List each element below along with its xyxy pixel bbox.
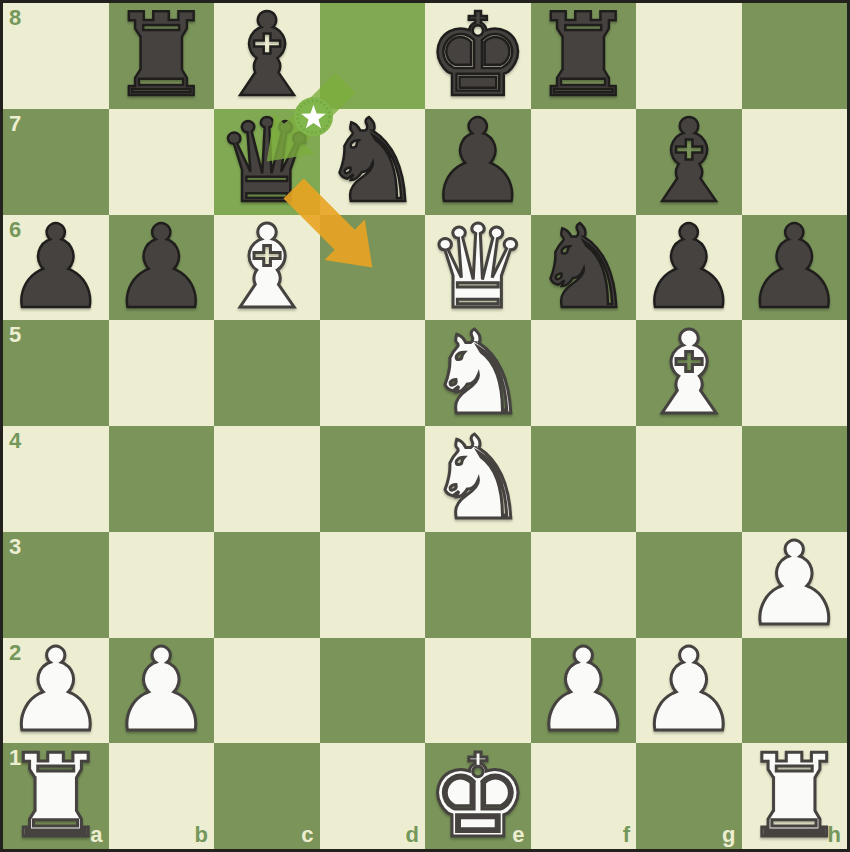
square-d8[interactable]	[320, 3, 426, 109]
square-c2[interactable]	[214, 638, 320, 744]
square-d5[interactable]	[320, 320, 426, 426]
square-g1[interactable]: g	[636, 743, 742, 849]
square-b6[interactable]: ♟	[109, 215, 215, 321]
file-label-g: g	[722, 824, 735, 846]
piece-black-pawn-g6[interactable]: ♟	[636, 215, 742, 321]
piece-black-pawn-a6[interactable]: ♟	[3, 215, 109, 321]
square-h1[interactable]: h♜	[742, 743, 848, 849]
piece-white-knight-e4[interactable]: ♞	[425, 426, 531, 532]
piece-white-pawn-h3[interactable]: ♟	[742, 532, 848, 638]
file-label-d: d	[406, 824, 419, 846]
square-d2[interactable]	[320, 638, 426, 744]
square-h2[interactable]	[742, 638, 848, 744]
square-b7[interactable]	[109, 109, 215, 215]
square-e7[interactable]: ♟	[425, 109, 531, 215]
piece-white-pawn-g2[interactable]: ♟	[636, 638, 742, 744]
square-g8[interactable]	[636, 3, 742, 109]
square-h5[interactable]	[742, 320, 848, 426]
square-a1[interactable]: 1a♜	[3, 743, 109, 849]
square-c6[interactable]: ♝	[214, 215, 320, 321]
square-a7[interactable]: 7	[3, 109, 109, 215]
square-c4[interactable]	[214, 426, 320, 532]
square-c3[interactable]	[214, 532, 320, 638]
square-b3[interactable]	[109, 532, 215, 638]
piece-white-knight-e5[interactable]: ♞	[425, 320, 531, 426]
chess-board: 8♜♝♚♜7♛♞♟♝6♟♟♝♛♞♟♟5♞♝4♞3♟2♟♟♟♟1a♜bcde♚fg…	[0, 0, 850, 852]
piece-black-queen-c7[interactable]: ♛	[214, 109, 320, 215]
square-d3[interactable]	[320, 532, 426, 638]
square-h3[interactable]: ♟	[742, 532, 848, 638]
piece-white-pawn-f2[interactable]: ♟	[531, 638, 637, 744]
rank-label-7: 7	[9, 113, 21, 135]
square-a8[interactable]: 8	[3, 3, 109, 109]
square-f6[interactable]: ♞	[531, 215, 637, 321]
square-a6[interactable]: 6♟	[3, 215, 109, 321]
square-c8[interactable]: ♝	[214, 3, 320, 109]
square-d4[interactable]	[320, 426, 426, 532]
square-c5[interactable]	[214, 320, 320, 426]
piece-white-queen-e6[interactable]: ♛	[425, 215, 531, 321]
square-g4[interactable]	[636, 426, 742, 532]
square-a5[interactable]: 5	[3, 320, 109, 426]
square-h4[interactable]	[742, 426, 848, 532]
piece-black-pawn-e7[interactable]: ♟	[425, 109, 531, 215]
square-a4[interactable]: 4	[3, 426, 109, 532]
piece-white-pawn-a2[interactable]: ♟	[3, 638, 109, 744]
piece-black-bishop-c8[interactable]: ♝	[214, 3, 320, 109]
square-d1[interactable]: d	[320, 743, 426, 849]
square-f1[interactable]: f	[531, 743, 637, 849]
square-g3[interactable]	[636, 532, 742, 638]
piece-black-pawn-b6[interactable]: ♟	[109, 215, 215, 321]
rank-label-8: 8	[9, 7, 21, 29]
piece-black-knight-f6[interactable]: ♞	[531, 215, 637, 321]
square-f4[interactable]	[531, 426, 637, 532]
square-b1[interactable]: b	[109, 743, 215, 849]
square-g2[interactable]: ♟	[636, 638, 742, 744]
square-e4[interactable]: ♞	[425, 426, 531, 532]
square-g5[interactable]: ♝	[636, 320, 742, 426]
piece-black-pawn-h6[interactable]: ♟	[742, 215, 848, 321]
square-a2[interactable]: 2♟	[3, 638, 109, 744]
piece-white-bishop-g5[interactable]: ♝	[636, 320, 742, 426]
file-label-c: c	[301, 824, 313, 846]
piece-black-king-e8[interactable]: ♚	[425, 3, 531, 109]
rank-label-3: 3	[9, 536, 21, 558]
square-b5[interactable]	[109, 320, 215, 426]
piece-black-knight-d7[interactable]: ♞	[320, 109, 426, 215]
file-label-f: f	[623, 824, 630, 846]
square-f3[interactable]	[531, 532, 637, 638]
square-f8[interactable]: ♜	[531, 3, 637, 109]
piece-black-rook-f8[interactable]: ♜	[531, 3, 637, 109]
square-b4[interactable]	[109, 426, 215, 532]
square-e6[interactable]: ♛	[425, 215, 531, 321]
square-g6[interactable]: ♟	[636, 215, 742, 321]
piece-black-bishop-g7[interactable]: ♝	[636, 109, 742, 215]
square-h8[interactable]	[742, 3, 848, 109]
square-c7[interactable]: ♛	[214, 109, 320, 215]
chess-board-container: 8♜♝♚♜7♛♞♟♝6♟♟♝♛♞♟♟5♞♝4♞3♟2♟♟♟♟1a♜bcde♚fg…	[0, 0, 850, 852]
square-h6[interactable]: ♟	[742, 215, 848, 321]
piece-white-rook-h1[interactable]: ♜	[742, 743, 848, 849]
square-e3[interactable]	[425, 532, 531, 638]
piece-white-rook-a1[interactable]: ♜	[3, 743, 109, 849]
square-f5[interactable]	[531, 320, 637, 426]
piece-white-king-e1[interactable]: ♚	[425, 743, 531, 849]
square-e2[interactable]	[425, 638, 531, 744]
rank-label-5: 5	[9, 324, 21, 346]
square-b2[interactable]: ♟	[109, 638, 215, 744]
square-b8[interactable]: ♜	[109, 3, 215, 109]
square-e8[interactable]: ♚	[425, 3, 531, 109]
square-f7[interactable]	[531, 109, 637, 215]
square-c1[interactable]: c	[214, 743, 320, 849]
square-f2[interactable]: ♟	[531, 638, 637, 744]
piece-black-rook-b8[interactable]: ♜	[109, 3, 215, 109]
square-d7[interactable]: ♞	[320, 109, 426, 215]
piece-white-pawn-b2[interactable]: ♟	[109, 638, 215, 744]
square-h7[interactable]	[742, 109, 848, 215]
square-g7[interactable]: ♝	[636, 109, 742, 215]
square-a3[interactable]: 3	[3, 532, 109, 638]
piece-white-bishop-c6[interactable]: ♝	[214, 215, 320, 321]
square-e1[interactable]: e♚	[425, 743, 531, 849]
file-label-b: b	[195, 824, 208, 846]
rank-label-4: 4	[9, 430, 21, 452]
square-d6[interactable]	[320, 215, 426, 321]
square-e5[interactable]: ♞	[425, 320, 531, 426]
